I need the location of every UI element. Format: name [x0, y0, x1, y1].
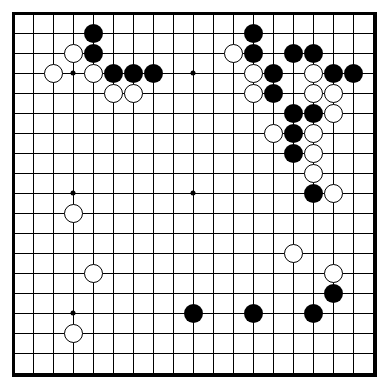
- white-stone[interactable]: [324, 264, 343, 283]
- white-stone[interactable]: [64, 324, 83, 343]
- white-stone[interactable]: [224, 44, 243, 63]
- black-stone[interactable]: [284, 44, 303, 63]
- white-stone[interactable]: [244, 64, 263, 83]
- white-stone[interactable]: [124, 84, 143, 103]
- black-stone[interactable]: [144, 64, 163, 83]
- black-stone[interactable]: [304, 104, 323, 123]
- white-stone[interactable]: [104, 84, 123, 103]
- white-stone[interactable]: [304, 64, 323, 83]
- black-stone[interactable]: [284, 104, 303, 123]
- black-stone[interactable]: [84, 44, 103, 63]
- white-stone[interactable]: [44, 64, 63, 83]
- stones-layer: [3, 3, 383, 383]
- black-stone[interactable]: [264, 64, 283, 83]
- white-stone[interactable]: [284, 244, 303, 263]
- black-stone[interactable]: [244, 304, 263, 323]
- white-stone[interactable]: [244, 84, 263, 103]
- black-stone[interactable]: [264, 84, 283, 103]
- white-stone[interactable]: [304, 84, 323, 103]
- black-stone[interactable]: [124, 64, 143, 83]
- go-board[interactable]: [0, 0, 390, 390]
- white-stone[interactable]: [84, 64, 103, 83]
- black-stone[interactable]: [284, 124, 303, 143]
- black-stone[interactable]: [344, 64, 363, 83]
- black-stone[interactable]: [284, 144, 303, 163]
- white-stone[interactable]: [324, 84, 343, 103]
- white-stone[interactable]: [304, 124, 323, 143]
- black-stone[interactable]: [304, 184, 323, 203]
- black-stone[interactable]: [324, 284, 343, 303]
- black-stone[interactable]: [324, 64, 343, 83]
- black-stone[interactable]: [304, 304, 323, 323]
- black-stone[interactable]: [84, 24, 103, 43]
- black-stone[interactable]: [304, 44, 323, 63]
- black-stone[interactable]: [104, 64, 123, 83]
- go-diagram-page: [0, 0, 390, 390]
- white-stone[interactable]: [324, 184, 343, 203]
- white-stone[interactable]: [64, 204, 83, 223]
- black-stone[interactable]: [184, 304, 203, 323]
- black-stone[interactable]: [244, 44, 263, 63]
- white-stone[interactable]: [84, 264, 103, 283]
- white-stone[interactable]: [64, 44, 83, 63]
- white-stone[interactable]: [304, 164, 323, 183]
- white-stone[interactable]: [304, 144, 323, 163]
- white-stone[interactable]: [324, 104, 343, 123]
- black-stone[interactable]: [244, 24, 263, 43]
- white-stone[interactable]: [264, 124, 283, 143]
